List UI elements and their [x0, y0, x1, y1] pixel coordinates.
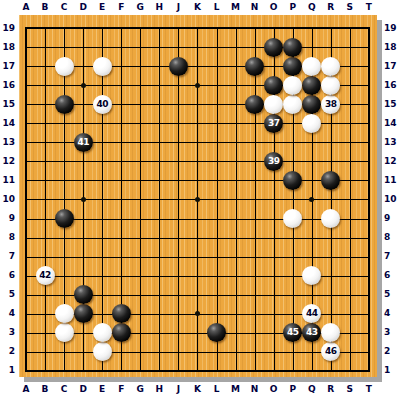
stone-black-O12[interactable]: 39: [264, 152, 283, 171]
stone-black-P11[interactable]: [283, 171, 302, 190]
coord-label-top-E: E: [92, 2, 112, 13]
stone-white-R15[interactable]: 38: [321, 95, 340, 114]
coord-label-left-19: 19: [0, 23, 15, 34]
grid-line-horizontal: [26, 238, 369, 239]
stone-black-F4[interactable]: [112, 304, 131, 323]
stone-white-P16[interactable]: [283, 76, 302, 95]
coord-label-top-J: J: [168, 2, 188, 13]
stone-white-C3[interactable]: [55, 323, 74, 342]
coord-label-right-7: 7: [384, 251, 400, 262]
stone-white-P15[interactable]: [283, 95, 302, 114]
grid-line-vertical: [350, 28, 351, 371]
coord-label-left-4: 4: [0, 308, 15, 319]
coord-label-top-S: S: [340, 2, 360, 13]
stone-white-E2[interactable]: [93, 342, 112, 361]
stone-white-Q17[interactable]: [302, 57, 321, 76]
coord-label-top-A: A: [16, 2, 36, 13]
stone-black-D13[interactable]: 41: [74, 133, 93, 152]
coord-label-left-16: 16: [0, 80, 15, 91]
stone-white-C4[interactable]: [55, 304, 74, 323]
move-number-39: 39: [268, 156, 280, 165]
coord-label-bottom-A: A: [16, 384, 36, 395]
coord-label-top-D: D: [73, 2, 93, 13]
stone-black-F3[interactable]: [112, 323, 131, 342]
coord-label-right-13: 13: [384, 137, 400, 148]
grid-line-horizontal: [26, 219, 369, 220]
coord-label-right-16: 16: [384, 80, 400, 91]
coord-label-top-B: B: [35, 2, 55, 13]
coord-label-bottom-S: S: [340, 384, 360, 395]
grid-line-horizontal: [26, 352, 369, 353]
stone-white-B6[interactable]: 42: [36, 266, 55, 285]
move-number-37: 37: [268, 118, 280, 127]
coord-label-right-12: 12: [384, 156, 400, 167]
coord-label-bottom-D: D: [73, 384, 93, 395]
stone-white-C17[interactable]: [55, 57, 74, 76]
go-board[interactable]: 41393745434240444638: [19, 15, 377, 377]
coord-label-bottom-K: K: [187, 384, 207, 395]
coord-label-top-Q: Q: [302, 2, 322, 13]
coord-label-right-18: 18: [384, 42, 400, 53]
coord-label-top-H: H: [149, 2, 169, 13]
grid-line-vertical: [236, 28, 237, 371]
stone-white-R17[interactable]: [321, 57, 340, 76]
move-number-40: 40: [96, 99, 108, 108]
coord-label-left-5: 5: [0, 289, 15, 300]
stone-black-P17[interactable]: [283, 57, 302, 76]
coord-label-bottom-N: N: [245, 384, 265, 395]
coord-label-top-C: C: [54, 2, 74, 13]
coord-label-right-9: 9: [384, 213, 400, 224]
move-number-44: 44: [306, 309, 318, 318]
coord-label-top-T: T: [359, 2, 379, 13]
stone-black-J17[interactable]: [169, 57, 188, 76]
coord-label-right-6: 6: [384, 270, 400, 281]
stone-black-N15[interactable]: [245, 95, 264, 114]
stone-black-Q16[interactable]: [302, 76, 321, 95]
coord-label-right-4: 4: [384, 308, 400, 319]
coord-label-right-2: 2: [384, 346, 400, 357]
coord-label-bottom-R: R: [321, 384, 341, 395]
move-number-42: 42: [39, 271, 51, 280]
stone-white-E17[interactable]: [93, 57, 112, 76]
stone-black-N17[interactable]: [245, 57, 264, 76]
go-diagram-page: 41393745434240444638 AABBCCDDEEFFGGHHJJK…: [0, 0, 400, 400]
stone-black-D5[interactable]: [74, 285, 93, 304]
coord-label-bottom-Q: Q: [302, 384, 322, 395]
coord-label-bottom-L: L: [207, 384, 227, 395]
coord-label-right-14: 14: [384, 118, 400, 129]
coord-label-top-R: R: [321, 2, 341, 13]
stone-white-E15[interactable]: 40: [93, 95, 112, 114]
stone-black-D4[interactable]: [74, 304, 93, 323]
coord-label-left-7: 7: [0, 251, 15, 262]
coord-label-left-14: 14: [0, 118, 15, 129]
move-number-43: 43: [306, 328, 318, 337]
coord-label-top-G: G: [130, 2, 150, 13]
coord-label-right-5: 5: [384, 289, 400, 300]
move-number-41: 41: [77, 137, 89, 146]
coord-label-top-N: N: [245, 2, 265, 13]
stone-black-O18[interactable]: [264, 38, 283, 57]
coord-label-right-11: 11: [384, 175, 400, 186]
coord-label-left-9: 9: [0, 213, 15, 224]
stone-black-C15[interactable]: [55, 95, 74, 114]
coord-label-left-18: 18: [0, 42, 15, 53]
coord-label-left-17: 17: [0, 61, 15, 72]
coord-label-left-15: 15: [0, 99, 15, 110]
coord-label-left-3: 3: [0, 327, 15, 338]
coord-label-bottom-B: B: [35, 384, 55, 395]
coord-label-bottom-H: H: [149, 384, 169, 395]
stone-white-R16[interactable]: [321, 76, 340, 95]
coord-label-right-17: 17: [384, 61, 400, 72]
coord-label-right-3: 3: [384, 327, 400, 338]
coord-label-top-L: L: [207, 2, 227, 13]
stone-white-E3[interactable]: [93, 323, 112, 342]
coord-label-left-6: 6: [0, 270, 15, 281]
stone-black-Q15[interactable]: [302, 95, 321, 114]
coord-label-top-M: M: [226, 2, 246, 13]
move-number-45: 45: [287, 328, 299, 337]
star-point-D10: [81, 197, 86, 202]
coord-label-right-1: 1: [384, 365, 400, 376]
coord-label-top-F: F: [111, 2, 131, 13]
stone-white-Q14[interactable]: [302, 114, 321, 133]
coord-label-top-K: K: [187, 2, 207, 13]
coord-label-top-O: O: [264, 2, 284, 13]
coord-label-left-10: 10: [0, 194, 15, 205]
coord-label-left-1: 1: [0, 365, 15, 376]
coord-label-bottom-G: G: [130, 384, 150, 395]
coord-label-bottom-F: F: [111, 384, 131, 395]
coord-label-bottom-P: P: [283, 384, 303, 395]
coord-label-right-8: 8: [384, 232, 400, 243]
coord-label-left-8: 8: [0, 232, 15, 243]
move-number-46: 46: [325, 347, 337, 356]
coord-label-bottom-J: J: [168, 384, 188, 395]
star-point-K10: [195, 197, 200, 202]
coord-label-bottom-M: M: [226, 384, 246, 395]
stone-black-C9[interactable]: [55, 209, 74, 228]
coord-label-left-11: 11: [0, 175, 15, 186]
grid-line-vertical: [255, 28, 256, 371]
star-point-K16: [195, 83, 200, 88]
coord-label-left-2: 2: [0, 346, 15, 357]
grid-line-horizontal: [26, 257, 369, 258]
stone-white-O15[interactable]: [264, 95, 283, 114]
coord-label-bottom-C: C: [54, 384, 74, 395]
coord-label-top-P: P: [283, 2, 303, 13]
coord-label-right-10: 10: [384, 194, 400, 205]
star-point-D16: [81, 83, 86, 88]
move-number-38: 38: [325, 99, 337, 108]
coord-label-bottom-T: T: [359, 384, 379, 395]
coord-label-left-12: 12: [0, 156, 15, 167]
coord-label-right-15: 15: [384, 99, 400, 110]
grid-line-vertical: [217, 28, 218, 371]
coord-label-left-13: 13: [0, 137, 15, 148]
coord-label-bottom-O: O: [264, 384, 284, 395]
coord-label-right-19: 19: [384, 23, 400, 34]
stone-black-O14[interactable]: 37: [264, 114, 283, 133]
stone-black-O16[interactable]: [264, 76, 283, 95]
stone-black-P18[interactable]: [283, 38, 302, 57]
coord-label-bottom-E: E: [92, 384, 112, 395]
